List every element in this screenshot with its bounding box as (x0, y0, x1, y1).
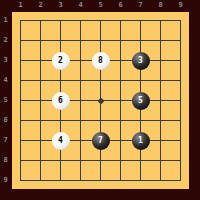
row-label-7: 7 (1, 136, 10, 145)
grid-line-vertical (180, 20, 181, 181)
row-label-1: 1 (1, 16, 10, 25)
grid-line-vertical (160, 20, 161, 181)
column-label-8: 8 (155, 1, 166, 10)
grid-line-vertical (120, 20, 121, 181)
row-label-9: 9 (1, 176, 10, 185)
white-stone-6[interactable]: 6 (52, 92, 70, 110)
row-label-2: 2 (1, 36, 10, 45)
grid-line-horizontal (20, 120, 181, 121)
black-stone-5[interactable]: 5 (132, 92, 150, 110)
column-label-6: 6 (115, 1, 126, 10)
column-label-3: 3 (55, 1, 66, 10)
white-stone-4[interactable]: 4 (52, 132, 70, 150)
grid-line-horizontal (20, 160, 181, 161)
row-label-5: 5 (1, 96, 10, 105)
black-stone-3[interactable]: 3 (132, 52, 150, 70)
go-board-screen: 12345678912345678928365471 (0, 0, 200, 200)
row-label-4: 4 (1, 76, 10, 85)
row-label-6: 6 (1, 116, 10, 125)
white-stone-2[interactable]: 2 (52, 52, 70, 70)
column-label-7: 7 (135, 1, 146, 10)
black-stone-1[interactable]: 1 (132, 132, 150, 150)
row-label-3: 3 (1, 56, 10, 65)
column-label-4: 4 (75, 1, 86, 10)
grid-line-horizontal (20, 180, 181, 181)
column-label-5: 5 (95, 1, 106, 10)
column-label-9: 9 (175, 1, 186, 10)
black-stone-7[interactable]: 7 (92, 132, 110, 150)
column-label-2: 2 (35, 1, 46, 10)
column-label-1: 1 (15, 1, 26, 10)
white-stone-8[interactable]: 8 (92, 52, 110, 70)
row-label-8: 8 (1, 156, 10, 165)
